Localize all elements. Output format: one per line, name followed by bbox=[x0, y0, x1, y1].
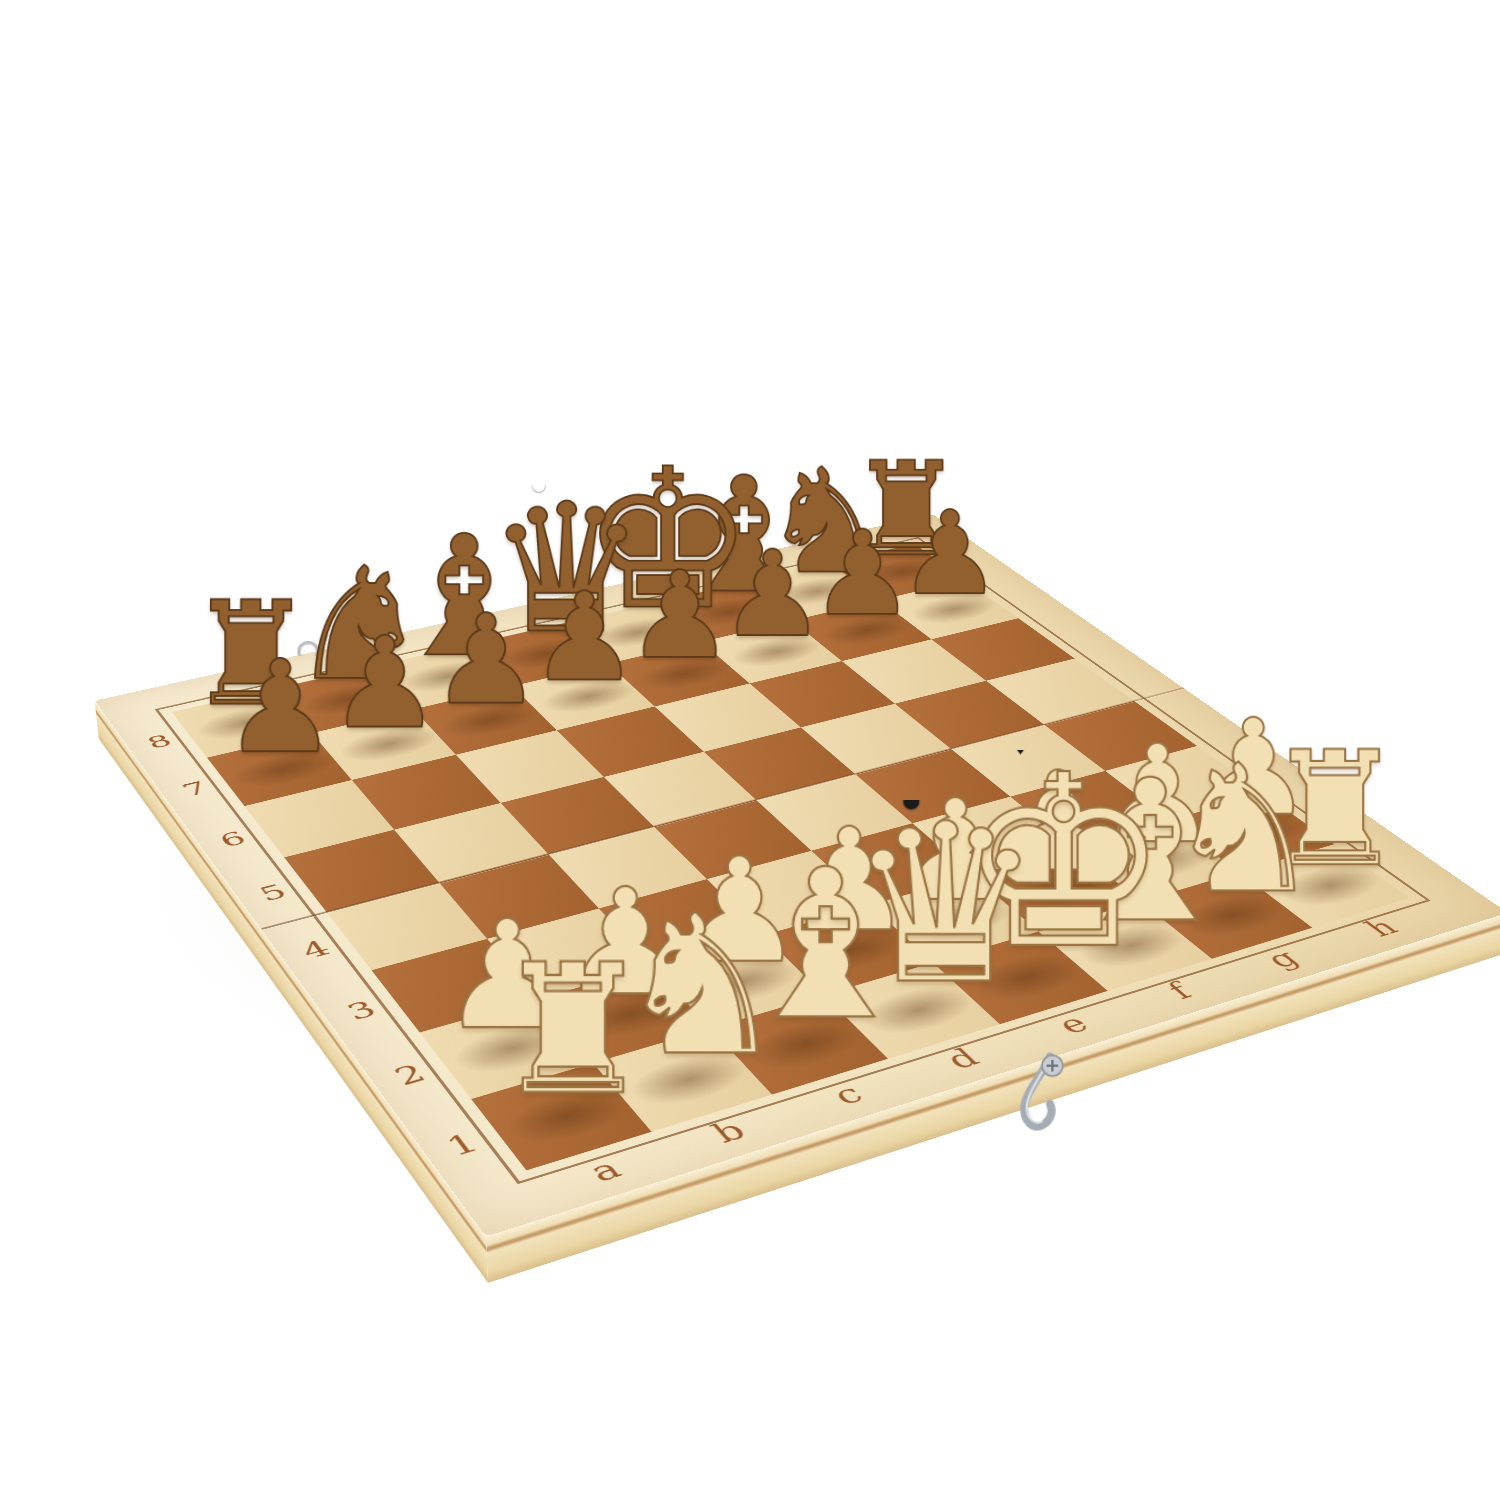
piece-contact-shadow bbox=[719, 630, 834, 674]
pawn-glyph: ♟ bbox=[810, 519, 912, 630]
piece-contact-shadow bbox=[390, 654, 507, 699]
square-d8[interactable] bbox=[470, 623, 608, 686]
square-d6[interactable] bbox=[557, 707, 704, 777]
piece-black-pawn-d7[interactable]: ♟ bbox=[512, 663, 654, 730]
piece-black-king-e8[interactable]: ♚ bbox=[564, 602, 701, 663]
piece-contact-shadow bbox=[672, 591, 784, 633]
piece-black-bishop-c8[interactable]: ♝ bbox=[374, 644, 513, 709]
piece-black-knight-b8[interactable]: ♞ bbox=[274, 666, 413, 733]
piece-contact-shadow bbox=[430, 696, 550, 744]
pawn-glyph: ♟ bbox=[626, 559, 731, 673]
king-glyph: ♚ bbox=[581, 448, 683, 632]
piece-contact-shadow bbox=[581, 612, 695, 655]
perspective-scene: 12345678 abcdefgh ♜♞♝♛♚♝♞♜♟♟♟♟♟♟♟♟♟♟♟♟♟♟… bbox=[0, 0, 1500, 1500]
square-b8[interactable] bbox=[274, 666, 413, 733]
piece-contact-shadow bbox=[762, 571, 873, 611]
square-h8[interactable] bbox=[830, 544, 965, 600]
queen-glyph: ♛ bbox=[487, 484, 591, 653]
file-labels: abcdefgh bbox=[95, 514, 933, 700]
square-h6[interactable] bbox=[931, 618, 1074, 681]
piece-white-rook-a1[interactable]: ♜ bbox=[471, 1062, 651, 1169]
square-g8[interactable] bbox=[744, 563, 879, 621]
square-a8[interactable] bbox=[172, 689, 312, 758]
product-photo-stage: 12345678 abcdefgh ♜♞♝♛♚♝♞♜♟♟♟♟♟♟♟♟♟♟♟♟♟♟… bbox=[0, 0, 1500, 1500]
piece-black-pawn-g7[interactable]: ♟ bbox=[792, 599, 932, 660]
square-a7[interactable] bbox=[207, 733, 352, 806]
piece-black-rook-h8[interactable]: ♜ bbox=[830, 543, 965, 599]
square-e6[interactable] bbox=[655, 683, 801, 751]
square-e7[interactable] bbox=[608, 642, 749, 707]
piece-contact-shadow bbox=[848, 552, 957, 591]
piece-contact-shadow bbox=[328, 720, 450, 769]
piece-contact-shadow bbox=[223, 744, 347, 795]
queen-ball-finial bbox=[903, 793, 919, 809]
knight-glyph: ♞ bbox=[762, 454, 862, 591]
piece-contact-shadow bbox=[626, 651, 743, 696]
square-h7[interactable] bbox=[880, 580, 1019, 639]
square-f8[interactable] bbox=[655, 582, 791, 641]
square-e8[interactable] bbox=[564, 603, 701, 664]
queen-ball-finial bbox=[532, 479, 545, 492]
pawn-glyph: ♟ bbox=[223, 647, 335, 768]
piece-contact-shadow bbox=[810, 609, 924, 652]
chess-board: 12345678 abcdefgh ♜♞♝♛♚♝♞♜♟♟♟♟♟♟♟♟♟♟♟♟♟♟… bbox=[95, 514, 1500, 1236]
square-e5[interactable] bbox=[704, 727, 855, 799]
piece-black-pawn-h7[interactable]: ♟ bbox=[880, 579, 1019, 638]
piece-black-bishop-f8[interactable]: ♝ bbox=[655, 582, 791, 641]
pawn-glyph: ♟ bbox=[530, 580, 637, 696]
piece-black-pawn-b7[interactable]: ♟ bbox=[312, 709, 456, 780]
rook-glyph: ♜ bbox=[493, 945, 629, 1115]
knight-glyph: ♞ bbox=[290, 551, 397, 698]
square-c7[interactable] bbox=[414, 686, 557, 755]
piece-contact-shadow bbox=[290, 676, 408, 723]
piece-black-rook-a8[interactable]: ♜ bbox=[172, 688, 312, 757]
piece-contact-shadow bbox=[487, 632, 602, 676]
rank-label-8: 8 bbox=[124, 727, 196, 757]
piece-black-pawn-f7[interactable]: ♟ bbox=[701, 620, 842, 683]
bishop-glyph: ♝ bbox=[673, 459, 774, 611]
piece-black-pawn-e7[interactable]: ♟ bbox=[608, 641, 750, 706]
bishop-glyph: ♝ bbox=[390, 517, 495, 675]
piece-contact-shadow bbox=[898, 589, 1010, 630]
king-spike-finial bbox=[628, 428, 638, 451]
pawn-glyph: ♟ bbox=[328, 624, 438, 743]
square-g6[interactable] bbox=[842, 639, 986, 703]
square-d7[interactable] bbox=[512, 664, 654, 731]
square-f5[interactable] bbox=[801, 704, 951, 774]
rook-glyph: ♜ bbox=[848, 448, 946, 571]
square-f6[interactable] bbox=[750, 661, 895, 727]
square-c8[interactable] bbox=[374, 644, 513, 709]
square-b7[interactable] bbox=[312, 709, 456, 780]
square-c6[interactable] bbox=[456, 730, 604, 803]
piece-contact-shadow bbox=[529, 674, 648, 721]
pawn-glyph: ♟ bbox=[898, 499, 999, 608]
piece-black-queen-d8[interactable]: ♛ bbox=[470, 623, 608, 686]
square-g7[interactable] bbox=[792, 600, 932, 661]
piece-black-pawn-a7[interactable]: ♟ bbox=[207, 733, 352, 806]
square-f7[interactable] bbox=[701, 621, 842, 684]
rank-labels: 12345678 bbox=[95, 514, 933, 700]
rook-glyph: ♜ bbox=[187, 586, 296, 722]
pawn-glyph: ♟ bbox=[430, 602, 538, 720]
piece-black-pawn-c7[interactable]: ♟ bbox=[414, 686, 557, 755]
piece-contact-shadow bbox=[187, 699, 307, 747]
piece-black-knight-g8[interactable]: ♞ bbox=[744, 562, 880, 620]
square-h5[interactable] bbox=[986, 658, 1134, 724]
pawn-glyph: ♟ bbox=[719, 538, 823, 650]
